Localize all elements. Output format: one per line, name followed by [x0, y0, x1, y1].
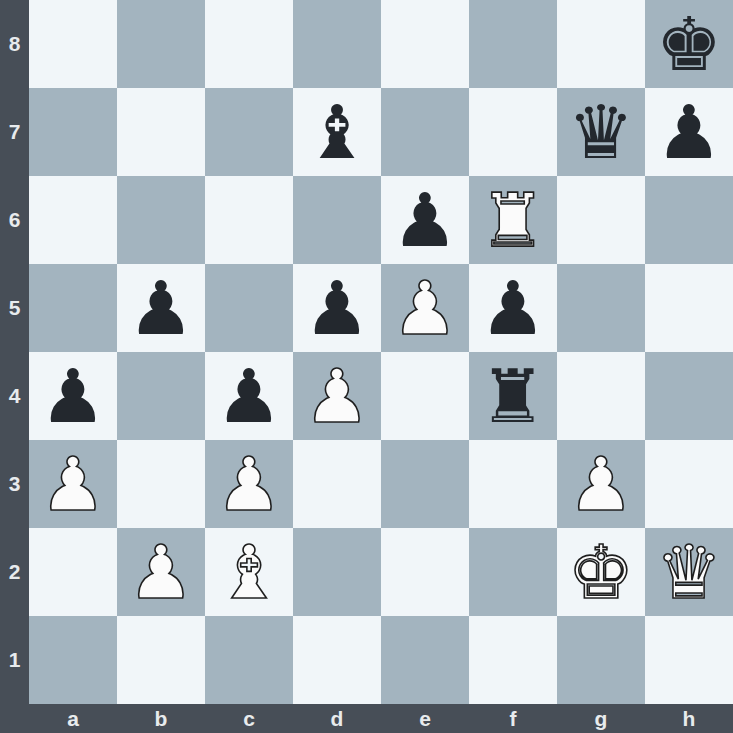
square-h1[interactable] — [645, 616, 733, 704]
file-label-f: f — [469, 704, 557, 733]
piece-white-pawn[interactable]: ♟ — [304, 352, 370, 440]
piece-black-pawn[interactable]: ♟ — [480, 264, 546, 352]
file-label-h: h — [645, 704, 733, 733]
chess-board-app: 87654321 ♚♝♛♟♟♜♟♟♟♟♟♟♟♜♟♟♟♟♝♚♛ abcdefgh — [0, 0, 733, 733]
square-b2[interactable]: ♟ — [117, 528, 205, 616]
square-e6[interactable]: ♟ — [381, 176, 469, 264]
piece-black-queen[interactable]: ♛ — [568, 88, 634, 176]
square-g8[interactable] — [557, 0, 645, 88]
rank-label-8: 8 — [0, 0, 29, 88]
square-a7[interactable] — [29, 88, 117, 176]
square-f6[interactable]: ♜ — [469, 176, 557, 264]
square-d2[interactable] — [293, 528, 381, 616]
piece-black-pawn[interactable]: ♟ — [304, 264, 370, 352]
square-d6[interactable] — [293, 176, 381, 264]
piece-white-pawn[interactable]: ♟ — [392, 264, 458, 352]
square-g2[interactable]: ♚ — [557, 528, 645, 616]
square-e7[interactable] — [381, 88, 469, 176]
square-d7[interactable]: ♝ — [293, 88, 381, 176]
square-e3[interactable] — [381, 440, 469, 528]
square-c4[interactable]: ♟ — [205, 352, 293, 440]
file-label-g: g — [557, 704, 645, 733]
square-c6[interactable] — [205, 176, 293, 264]
piece-white-pawn[interactable]: ♟ — [40, 440, 106, 528]
square-b8[interactable] — [117, 0, 205, 88]
square-c8[interactable] — [205, 0, 293, 88]
square-e2[interactable] — [381, 528, 469, 616]
square-b7[interactable] — [117, 88, 205, 176]
square-f7[interactable] — [469, 88, 557, 176]
square-b1[interactable] — [117, 616, 205, 704]
piece-black-rook[interactable]: ♜ — [480, 352, 546, 440]
file-labels: abcdefgh — [29, 704, 733, 733]
rank-label-3: 3 — [0, 440, 29, 528]
square-g4[interactable] — [557, 352, 645, 440]
square-e5[interactable]: ♟ — [381, 264, 469, 352]
square-d4[interactable]: ♟ — [293, 352, 381, 440]
piece-white-pawn[interactable]: ♟ — [568, 440, 634, 528]
rank-label-2: 2 — [0, 528, 29, 616]
piece-black-pawn[interactable]: ♟ — [216, 352, 282, 440]
square-b6[interactable] — [117, 176, 205, 264]
square-c2[interactable]: ♝ — [205, 528, 293, 616]
square-d5[interactable]: ♟ — [293, 264, 381, 352]
square-c1[interactable] — [205, 616, 293, 704]
square-b4[interactable] — [117, 352, 205, 440]
square-c7[interactable] — [205, 88, 293, 176]
rank-label-7: 7 — [0, 88, 29, 176]
square-e8[interactable] — [381, 0, 469, 88]
square-c5[interactable] — [205, 264, 293, 352]
square-h6[interactable] — [645, 176, 733, 264]
square-a3[interactable]: ♟ — [29, 440, 117, 528]
piece-black-pawn[interactable]: ♟ — [128, 264, 194, 352]
square-h5[interactable] — [645, 264, 733, 352]
piece-black-pawn[interactable]: ♟ — [656, 88, 722, 176]
square-f1[interactable] — [469, 616, 557, 704]
square-h4[interactable] — [645, 352, 733, 440]
square-g1[interactable] — [557, 616, 645, 704]
square-g5[interactable] — [557, 264, 645, 352]
square-d3[interactable] — [293, 440, 381, 528]
square-d8[interactable] — [293, 0, 381, 88]
square-b5[interactable]: ♟ — [117, 264, 205, 352]
piece-white-queen[interactable]: ♛ — [656, 528, 722, 616]
piece-white-pawn[interactable]: ♟ — [216, 440, 282, 528]
chess-board: ♚♝♛♟♟♜♟♟♟♟♟♟♟♜♟♟♟♟♝♚♛ — [29, 0, 733, 704]
square-a4[interactable]: ♟ — [29, 352, 117, 440]
square-a6[interactable] — [29, 176, 117, 264]
rank-label-5: 5 — [0, 264, 29, 352]
square-h7[interactable]: ♟ — [645, 88, 733, 176]
square-f2[interactable] — [469, 528, 557, 616]
rank-label-6: 6 — [0, 176, 29, 264]
piece-white-king[interactable]: ♚ — [568, 528, 634, 616]
file-label-d: d — [293, 704, 381, 733]
square-h8[interactable]: ♚ — [645, 0, 733, 88]
square-f5[interactable]: ♟ — [469, 264, 557, 352]
square-f4[interactable]: ♜ — [469, 352, 557, 440]
square-b3[interactable] — [117, 440, 205, 528]
piece-white-rook[interactable]: ♜ — [480, 176, 546, 264]
file-label-a: a — [29, 704, 117, 733]
piece-black-bishop[interactable]: ♝ — [304, 88, 370, 176]
rank-labels: 87654321 — [0, 0, 29, 704]
square-a1[interactable] — [29, 616, 117, 704]
square-a5[interactable] — [29, 264, 117, 352]
square-d1[interactable] — [293, 616, 381, 704]
piece-white-bishop[interactable]: ♝ — [216, 528, 282, 616]
square-e1[interactable] — [381, 616, 469, 704]
square-h2[interactable]: ♛ — [645, 528, 733, 616]
square-h3[interactable] — [645, 440, 733, 528]
rank-label-4: 4 — [0, 352, 29, 440]
piece-black-pawn[interactable]: ♟ — [392, 176, 458, 264]
square-f3[interactable] — [469, 440, 557, 528]
square-c3[interactable]: ♟ — [205, 440, 293, 528]
file-label-c: c — [205, 704, 293, 733]
piece-white-pawn[interactable]: ♟ — [128, 528, 194, 616]
square-g7[interactable]: ♛ — [557, 88, 645, 176]
square-g6[interactable] — [557, 176, 645, 264]
square-a8[interactable] — [29, 0, 117, 88]
square-g3[interactable]: ♟ — [557, 440, 645, 528]
square-a2[interactable] — [29, 528, 117, 616]
file-label-e: e — [381, 704, 469, 733]
square-f8[interactable] — [469, 0, 557, 88]
piece-black-pawn[interactable]: ♟ — [40, 352, 106, 440]
file-label-b: b — [117, 704, 205, 733]
piece-black-king[interactable]: ♚ — [656, 0, 722, 88]
rank-label-1: 1 — [0, 616, 29, 704]
square-e4[interactable] — [381, 352, 469, 440]
